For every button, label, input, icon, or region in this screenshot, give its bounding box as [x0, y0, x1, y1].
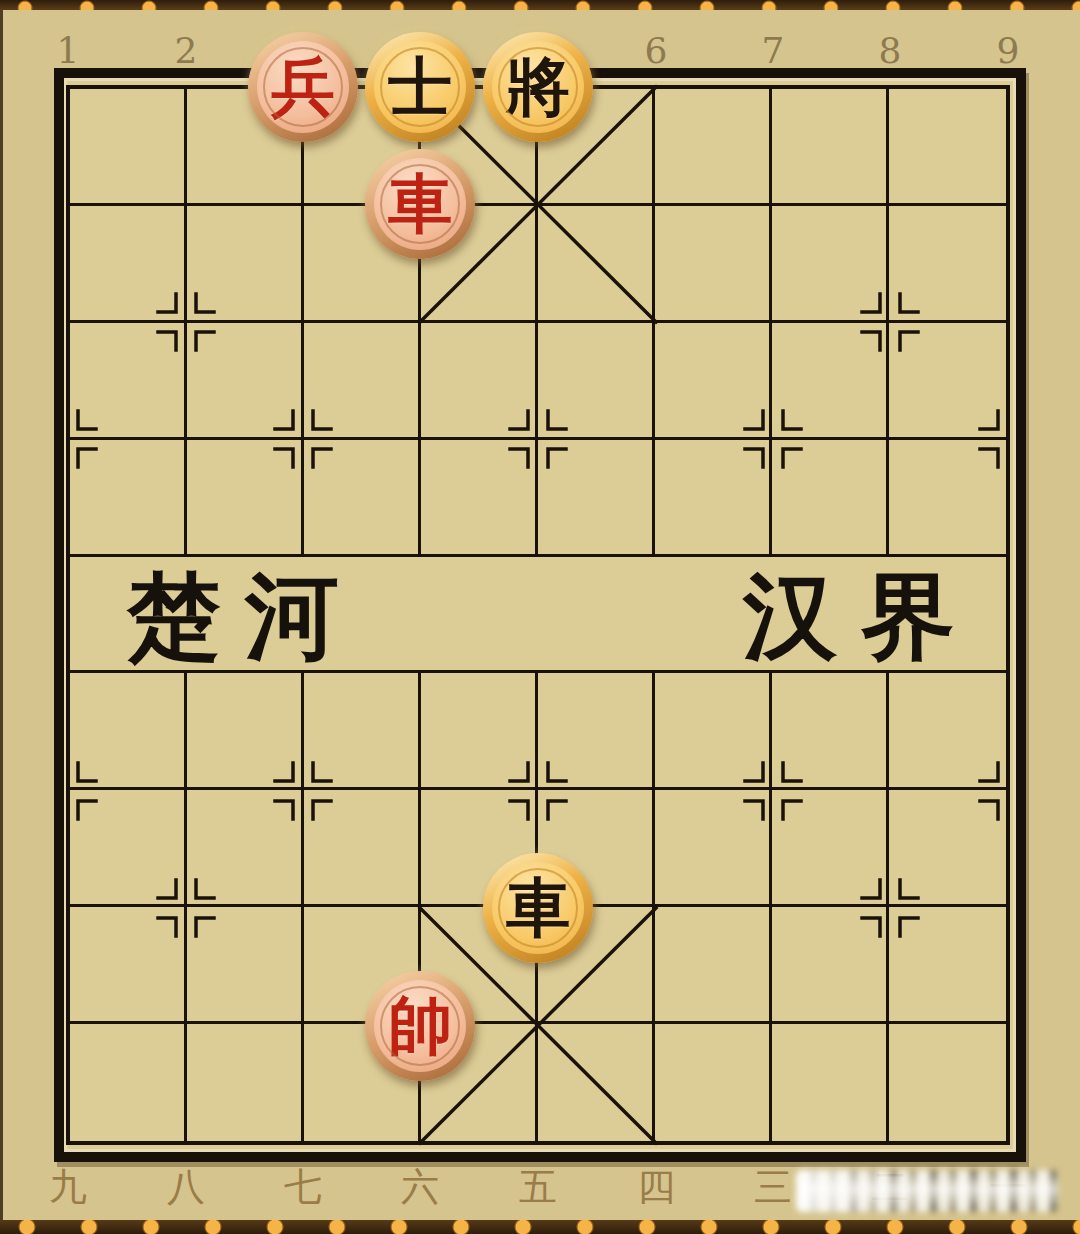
- board-cell: [538, 206, 655, 323]
- piece-black-advisor[interactable]: 士: [365, 32, 475, 142]
- board-cell: [772, 440, 889, 557]
- piece-red-chariot[interactable]: 車: [365, 149, 475, 259]
- board-cell: [187, 1024, 304, 1141]
- left-edge-shadow: [0, 0, 3, 1234]
- piece-glyph: 帥: [374, 980, 466, 1072]
- board-cell: [421, 323, 538, 440]
- board-cell: [538, 673, 655, 790]
- board-cell: [655, 440, 772, 557]
- board-cell: [889, 1024, 1006, 1141]
- coord-top-2: 2: [175, 30, 198, 71]
- piece-face: 將: [492, 41, 584, 133]
- board-cell: [304, 440, 421, 557]
- coord-bottom-9: 九: [49, 1162, 87, 1213]
- board-cell: [772, 89, 889, 206]
- piece-glyph: 車: [374, 158, 466, 250]
- coord-bottom-3: 三: [754, 1162, 792, 1213]
- piece-glyph: 車: [492, 862, 584, 954]
- board-cell: [655, 907, 772, 1024]
- watermark-smudge: [796, 1170, 1058, 1212]
- board-cell: [889, 89, 1006, 206]
- board-cell: [70, 907, 187, 1024]
- coord-bottom-4: 四: [637, 1162, 675, 1213]
- river-cell: [538, 557, 655, 674]
- piece-red-soldier[interactable]: 兵: [248, 32, 358, 142]
- board-cell: [187, 440, 304, 557]
- board-cell: [772, 790, 889, 907]
- piece-face: 兵: [257, 41, 349, 133]
- river-cell: [421, 557, 538, 674]
- board-cell: [538, 440, 655, 557]
- coord-bottom-6: 六: [401, 1162, 439, 1213]
- board-cell: [889, 440, 1006, 557]
- board-cell: [772, 907, 889, 1024]
- board-cell: [70, 323, 187, 440]
- board-cell: [538, 323, 655, 440]
- board-cell: [70, 206, 187, 323]
- coord-bottom-5: 五: [519, 1162, 557, 1213]
- coord-top-9: 9: [997, 30, 1020, 71]
- board-cell: [889, 323, 1006, 440]
- board-cell: [772, 323, 889, 440]
- coord-bottom-7: 七: [284, 1162, 322, 1213]
- piece-red-general[interactable]: 帥: [365, 971, 475, 1081]
- board-cell: [889, 206, 1006, 323]
- board-cell: [421, 673, 538, 790]
- board-cell: [70, 790, 187, 907]
- board-cell: [421, 440, 538, 557]
- board-cell: [70, 89, 187, 206]
- piece-face: 士: [374, 41, 466, 133]
- xiangqi-board-screenshot: 1 2 3 4 5 6 7 8 9 九 八 七 六 五 四 三 二 一 楚河 汉…: [0, 0, 1080, 1234]
- board-cell: [655, 673, 772, 790]
- board-cell: [772, 206, 889, 323]
- board-cell: [187, 673, 304, 790]
- board-cell: [187, 323, 304, 440]
- board-cell: [187, 206, 304, 323]
- board-cell: [655, 790, 772, 907]
- coord-top-8: 8: [879, 30, 902, 71]
- board-cell: [304, 673, 421, 790]
- board-cell: [889, 907, 1006, 1024]
- piece-face: 車: [374, 158, 466, 250]
- piece-black-chariot[interactable]: 車: [483, 853, 593, 963]
- coord-top-7: 7: [762, 30, 785, 71]
- board-cell: [772, 673, 889, 790]
- board-cell: [655, 206, 772, 323]
- board-cell: [304, 323, 421, 440]
- board-cell: [655, 1024, 772, 1141]
- board-cell: [889, 790, 1006, 907]
- coord-top-6: 6: [645, 30, 668, 71]
- river-label-chu-he: 楚河: [127, 569, 363, 663]
- coord-top-1: 1: [57, 30, 80, 71]
- piece-glyph: 將: [492, 41, 584, 133]
- piece-face: 車: [492, 862, 584, 954]
- piece-glyph: 兵: [257, 41, 349, 133]
- board-cell: [187, 907, 304, 1024]
- piece-black-general[interactable]: 將: [483, 32, 593, 142]
- river-label-han-jie: 汉界: [743, 569, 979, 663]
- board-cell: [538, 1024, 655, 1141]
- board-cell: [70, 1024, 187, 1141]
- board-cell: [187, 790, 304, 907]
- board-cell: [70, 440, 187, 557]
- piece-glyph: 士: [374, 41, 466, 133]
- decor-strip-bottom: [0, 1220, 1080, 1234]
- decor-strip-top: [0, 0, 1080, 10]
- board-cell: [655, 323, 772, 440]
- board-cell: [889, 673, 1006, 790]
- board-cell: [772, 1024, 889, 1141]
- board-cell: [304, 790, 421, 907]
- coord-bottom-8: 八: [167, 1162, 205, 1213]
- piece-face: 帥: [374, 980, 466, 1072]
- board-cell: [655, 89, 772, 206]
- board-cell: [70, 673, 187, 790]
